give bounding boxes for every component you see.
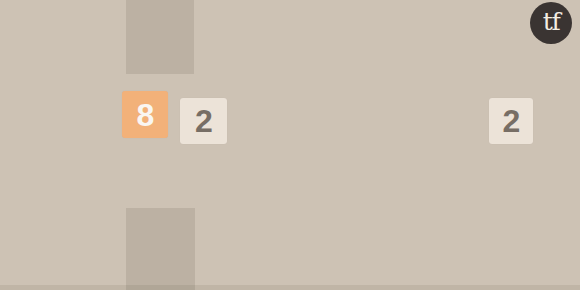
- tile-value: 2: [503, 105, 520, 137]
- empty-cell: [126, 208, 195, 290]
- tile-2: 2: [489, 98, 533, 144]
- bottom-edge-shade: [0, 285, 580, 290]
- tile-2: 2: [180, 98, 227, 144]
- 2048-board-viewport: 822 tf: [0, 0, 580, 290]
- tf-logo-text: tf: [543, 9, 559, 37]
- tile-value: 2: [195, 105, 212, 137]
- tile-8: 8: [122, 91, 168, 138]
- empty-cell: [126, 0, 194, 74]
- tile-value: 8: [137, 99, 154, 131]
- tf-logo: tf: [530, 2, 572, 44]
